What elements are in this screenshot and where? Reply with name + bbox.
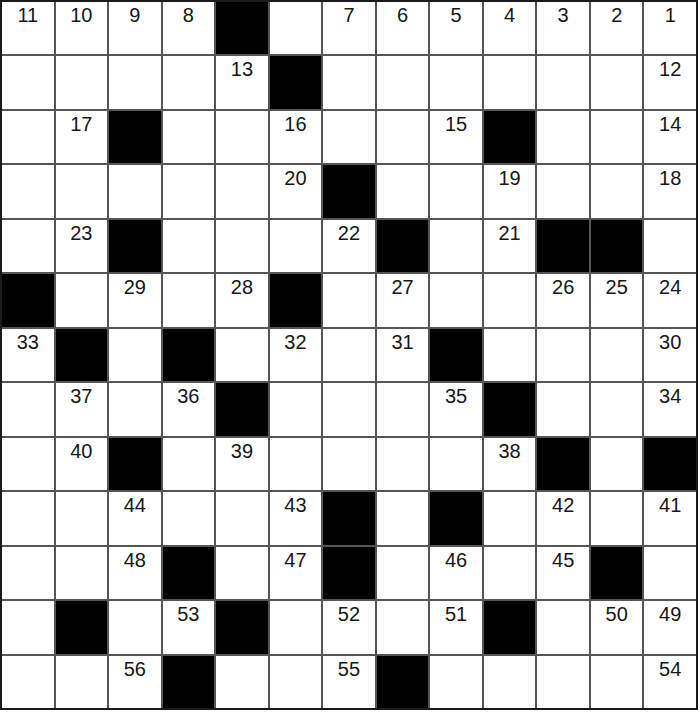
cell-r3c2[interactable]: 17	[56, 111, 108, 163]
cell-r9c6[interactable]	[270, 438, 322, 490]
clue-number: 3	[537, 4, 589, 26]
cell-r6c13[interactable]: 24	[644, 274, 696, 326]
cell-r8c12[interactable]	[591, 383, 643, 435]
cell-r5c10[interactable]: 21	[484, 220, 536, 272]
cell-r10c5[interactable]	[216, 492, 268, 544]
cell-r6c11[interactable]: 26	[537, 274, 589, 326]
clue-number: 48	[109, 549, 161, 571]
cell-r1c10[interactable]: 4	[484, 2, 536, 54]
cell-r10c6[interactable]: 43	[270, 492, 322, 544]
cell-r12c1[interactable]	[2, 601, 54, 653]
cell-r5c2[interactable]: 23	[56, 220, 108, 272]
cell-r5c5[interactable]	[216, 220, 268, 272]
black-cell-r1c5	[216, 2, 268, 54]
cell-r13c9[interactable]	[430, 656, 482, 708]
cell-r11c11[interactable]: 45	[537, 547, 589, 599]
clue-number: 51	[430, 603, 482, 625]
black-cell-r9c3	[109, 438, 161, 490]
black-cell-r12c2	[56, 601, 108, 653]
cell-r11c13[interactable]	[644, 547, 696, 599]
black-cell-r9c11	[537, 438, 589, 490]
clue-number: 26	[537, 276, 589, 298]
cell-r3c1[interactable]	[2, 111, 54, 163]
cell-r7c6[interactable]: 32	[270, 329, 322, 381]
clue-number: 14	[644, 113, 696, 135]
crossword-grid: 1110987654321131217161514201918232221292…	[0, 0, 698, 710]
cell-r1c4[interactable]: 8	[163, 2, 215, 54]
black-cell-r6c1	[2, 274, 54, 326]
cell-r1c11[interactable]: 3	[537, 2, 589, 54]
clue-number: 45	[537, 549, 589, 571]
cell-r10c12[interactable]	[591, 492, 643, 544]
black-cell-r8c5	[216, 383, 268, 435]
cell-r1c8[interactable]: 6	[377, 2, 429, 54]
cell-r8c13[interactable]: 34	[644, 383, 696, 435]
cell-r1c1[interactable]: 11	[2, 2, 54, 54]
cell-r4c2[interactable]	[56, 165, 108, 217]
clue-number: 50	[591, 603, 643, 625]
cell-r2c13[interactable]: 12	[644, 56, 696, 108]
black-cell-r5c12	[591, 220, 643, 272]
cell-r12c6[interactable]	[270, 601, 322, 653]
cell-r12c8[interactable]	[377, 601, 429, 653]
clue-number: 20	[270, 167, 322, 189]
cell-r1c13[interactable]: 1	[644, 2, 696, 54]
cell-r9c1[interactable]	[2, 438, 54, 490]
cell-r7c12[interactable]	[591, 329, 643, 381]
black-cell-r2c6	[270, 56, 322, 108]
cell-r1c2[interactable]: 10	[56, 2, 108, 54]
black-cell-r10c9	[430, 492, 482, 544]
clue-number: 7	[323, 4, 375, 26]
cell-r7c10[interactable]	[484, 329, 536, 381]
cell-r2c1[interactable]	[2, 56, 54, 108]
cell-r11c6[interactable]: 47	[270, 547, 322, 599]
cell-r11c3[interactable]: 48	[109, 547, 161, 599]
cell-r4c1[interactable]	[2, 165, 54, 217]
cell-r2c4[interactable]	[163, 56, 215, 108]
black-cell-r11c7	[323, 547, 375, 599]
clue-number: 15	[430, 113, 482, 135]
cell-r9c2[interactable]: 40	[56, 438, 108, 490]
cell-r3c4[interactable]	[163, 111, 215, 163]
cell-r5c13[interactable]	[644, 220, 696, 272]
black-cell-r3c3	[109, 111, 161, 163]
cell-r7c3[interactable]	[109, 329, 161, 381]
cell-r13c12[interactable]	[591, 656, 643, 708]
black-cell-r8c10	[484, 383, 536, 435]
cell-r6c8[interactable]: 27	[377, 274, 429, 326]
clue-number: 4	[484, 4, 536, 26]
clue-number: 30	[644, 331, 696, 353]
cell-r4c8[interactable]	[377, 165, 429, 217]
black-cell-r5c3	[109, 220, 161, 272]
cell-r13c3[interactable]: 56	[109, 656, 161, 708]
clue-number: 24	[644, 276, 696, 298]
cell-r6c2[interactable]	[56, 274, 108, 326]
cell-r7c7[interactable]	[323, 329, 375, 381]
cell-r6c3[interactable]: 29	[109, 274, 161, 326]
clue-number: 5	[430, 4, 482, 26]
cell-r9c9[interactable]	[430, 438, 482, 490]
black-cell-r7c9	[430, 329, 482, 381]
clue-number: 6	[377, 4, 429, 26]
cell-r8c3[interactable]	[109, 383, 161, 435]
clue-number: 43	[270, 494, 322, 516]
cell-r8c7[interactable]	[323, 383, 375, 435]
clue-number: 49	[644, 603, 696, 625]
cell-r6c10[interactable]	[484, 274, 536, 326]
cell-r8c4[interactable]: 36	[163, 383, 215, 435]
cell-r12c13[interactable]: 49	[644, 601, 696, 653]
cell-r9c4[interactable]	[163, 438, 215, 490]
cell-r1c9[interactable]: 5	[430, 2, 482, 54]
cell-r11c8[interactable]	[377, 547, 429, 599]
clue-number: 33	[2, 331, 54, 353]
clue-number: 56	[109, 658, 161, 680]
cell-r4c11[interactable]	[537, 165, 589, 217]
cell-r3c13[interactable]: 14	[644, 111, 696, 163]
cell-r3c6[interactable]: 16	[270, 111, 322, 163]
clue-number: 32	[270, 331, 322, 353]
cell-r13c11[interactable]	[537, 656, 589, 708]
cell-r13c13[interactable]: 54	[644, 656, 696, 708]
cell-r11c1[interactable]	[2, 547, 54, 599]
black-cell-r10c7	[323, 492, 375, 544]
cell-r8c6[interactable]	[270, 383, 322, 435]
clue-number: 39	[216, 440, 268, 462]
cell-r13c5[interactable]	[216, 656, 268, 708]
cell-r1c12[interactable]: 2	[591, 2, 643, 54]
cell-r11c9[interactable]: 46	[430, 547, 482, 599]
cell-r4c10[interactable]: 19	[484, 165, 536, 217]
clue-number: 55	[323, 658, 375, 680]
cell-r10c4[interactable]	[163, 492, 215, 544]
clue-number: 42	[537, 494, 589, 516]
clue-number: 44	[109, 494, 161, 516]
clue-number: 17	[56, 113, 108, 135]
cell-r6c5[interactable]: 28	[216, 274, 268, 326]
crossword-page: 1110987654321131217161514201918232221292…	[0, 0, 700, 719]
cell-r2c8[interactable]	[377, 56, 429, 108]
black-cell-r4c7	[323, 165, 375, 217]
clue-number: 12	[644, 58, 696, 80]
black-cell-r6c6	[270, 274, 322, 326]
cell-r10c3[interactable]: 44	[109, 492, 161, 544]
black-cell-r13c8	[377, 656, 429, 708]
black-cell-r3c10	[484, 111, 536, 163]
cell-r12c12[interactable]: 50	[591, 601, 643, 653]
cell-r7c11[interactable]	[537, 329, 589, 381]
cell-r4c4[interactable]	[163, 165, 215, 217]
cell-r8c11[interactable]	[537, 383, 589, 435]
black-cell-r12c5	[216, 601, 268, 653]
black-cell-r5c11	[537, 220, 589, 272]
clue-number: 53	[163, 603, 215, 625]
cell-r4c5[interactable]	[216, 165, 268, 217]
cell-r6c7[interactable]	[323, 274, 375, 326]
cell-r13c6[interactable]	[270, 656, 322, 708]
clue-number: 36	[163, 385, 215, 407]
cell-r4c9[interactable]	[430, 165, 482, 217]
cell-r12c7[interactable]: 52	[323, 601, 375, 653]
black-cell-r11c12	[591, 547, 643, 599]
black-cell-r5c8	[377, 220, 429, 272]
cell-r4c13[interactable]: 18	[644, 165, 696, 217]
cell-r10c13[interactable]: 41	[644, 492, 696, 544]
black-cell-r9c13	[644, 438, 696, 490]
cell-r4c3[interactable]	[109, 165, 161, 217]
clue-number: 21	[484, 222, 536, 244]
clue-number: 1	[644, 4, 696, 26]
clue-number: 10	[56, 4, 108, 26]
clue-number: 16	[270, 113, 322, 135]
clue-number: 38	[484, 440, 536, 462]
cell-r2c12[interactable]	[591, 56, 643, 108]
clue-number: 13	[216, 58, 268, 80]
cell-r9c8[interactable]	[377, 438, 429, 490]
cell-r6c12[interactable]: 25	[591, 274, 643, 326]
cell-r9c7[interactable]	[323, 438, 375, 490]
cell-r12c9[interactable]: 51	[430, 601, 482, 653]
cell-r11c2[interactable]	[56, 547, 108, 599]
clue-number: 28	[216, 276, 268, 298]
cell-r11c10[interactable]	[484, 547, 536, 599]
clue-number: 8	[163, 4, 215, 26]
cell-r7c8[interactable]: 31	[377, 329, 429, 381]
cell-r3c9[interactable]: 15	[430, 111, 482, 163]
cell-r1c7[interactable]: 7	[323, 2, 375, 54]
clue-number: 54	[644, 658, 696, 680]
cell-r13c2[interactable]	[56, 656, 108, 708]
cell-r5c6[interactable]	[270, 220, 322, 272]
cell-r12c3[interactable]	[109, 601, 161, 653]
cell-r1c3[interactable]: 9	[109, 2, 161, 54]
cell-r13c10[interactable]	[484, 656, 536, 708]
black-cell-r11c4	[163, 547, 215, 599]
cell-r6c4[interactable]	[163, 274, 215, 326]
cell-r5c1[interactable]	[2, 220, 54, 272]
cell-r2c11[interactable]	[537, 56, 589, 108]
clue-number: 34	[644, 385, 696, 407]
cell-r2c5[interactable]: 13	[216, 56, 268, 108]
cell-r9c12[interactable]	[591, 438, 643, 490]
cell-r11c5[interactable]	[216, 547, 268, 599]
cell-r5c9[interactable]	[430, 220, 482, 272]
cell-r3c5[interactable]	[216, 111, 268, 163]
clue-number: 52	[323, 603, 375, 625]
cell-r2c2[interactable]	[56, 56, 108, 108]
cell-r5c4[interactable]	[163, 220, 215, 272]
black-cell-r7c2	[56, 329, 108, 381]
cell-r7c13[interactable]: 30	[644, 329, 696, 381]
cell-r4c6[interactable]: 20	[270, 165, 322, 217]
clue-number: 27	[377, 276, 429, 298]
cell-r10c1[interactable]	[2, 492, 54, 544]
cell-r10c8[interactable]	[377, 492, 429, 544]
clue-number: 11	[2, 4, 54, 26]
clue-number: 9	[109, 4, 161, 26]
cell-r2c9[interactable]	[430, 56, 482, 108]
clue-number: 47	[270, 549, 322, 571]
cell-r9c10[interactable]: 38	[484, 438, 536, 490]
clue-number: 22	[323, 222, 375, 244]
clue-number: 31	[377, 331, 429, 353]
black-cell-r12c10	[484, 601, 536, 653]
cell-r2c7[interactable]	[323, 56, 375, 108]
cell-r10c11[interactable]: 42	[537, 492, 589, 544]
cell-r3c11[interactable]	[537, 111, 589, 163]
clue-number: 40	[56, 440, 108, 462]
cell-r8c1[interactable]	[2, 383, 54, 435]
black-cell-r13c4	[163, 656, 215, 708]
cell-r12c4[interactable]: 53	[163, 601, 215, 653]
cell-r8c8[interactable]	[377, 383, 429, 435]
clue-number: 37	[56, 385, 108, 407]
cell-r6c9[interactable]	[430, 274, 482, 326]
cell-r7c5[interactable]	[216, 329, 268, 381]
cell-r3c8[interactable]	[377, 111, 429, 163]
cell-r7c1[interactable]: 33	[2, 329, 54, 381]
cell-r13c7[interactable]: 55	[323, 656, 375, 708]
cell-r12c11[interactable]	[537, 601, 589, 653]
cell-r1c6[interactable]	[270, 2, 322, 54]
clue-number: 35	[430, 385, 482, 407]
clue-number: 29	[109, 276, 161, 298]
cell-r3c12[interactable]	[591, 111, 643, 163]
cell-r8c2[interactable]: 37	[56, 383, 108, 435]
clue-number: 18	[644, 167, 696, 189]
cell-r9c5[interactable]: 39	[216, 438, 268, 490]
clue-number: 41	[644, 494, 696, 516]
cell-r8c9[interactable]: 35	[430, 383, 482, 435]
cell-r5c7[interactable]: 22	[323, 220, 375, 272]
clue-number: 23	[56, 222, 108, 244]
cell-r2c3[interactable]	[109, 56, 161, 108]
cell-r2c10[interactable]	[484, 56, 536, 108]
black-cell-r7c4	[163, 329, 215, 381]
clue-number: 19	[484, 167, 536, 189]
cell-r4c12[interactable]	[591, 165, 643, 217]
clue-number: 25	[591, 276, 643, 298]
clue-number: 2	[591, 4, 643, 26]
cell-r3c7[interactable]	[323, 111, 375, 163]
cell-r10c2[interactable]	[56, 492, 108, 544]
clue-number: 46	[430, 549, 482, 571]
cell-r10c10[interactable]	[484, 492, 536, 544]
cell-r13c1[interactable]	[2, 656, 54, 708]
